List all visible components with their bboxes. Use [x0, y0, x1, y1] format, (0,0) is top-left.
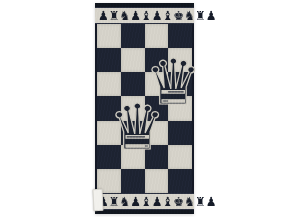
board-square [168, 96, 192, 120]
chess-towel: ♟♜♞♟♝♟♝♚♞♜♟ ♟♜♞♟♝♟♝♚♞♜♟ ♛ ♛ [95, 3, 194, 214]
board-square [145, 48, 169, 72]
border-piece-icon: ♟ [152, 195, 163, 208]
board-square [97, 121, 121, 145]
top-piece-band: ♟♜♞♟♝♟♝♚♞♜♟ [95, 7, 194, 24]
border-piece-icon: ♞ [184, 9, 195, 22]
border-piece-icon: ♟ [206, 195, 217, 208]
board-square [97, 48, 121, 72]
board-square [121, 96, 145, 120]
border-piece-icon: ♝ [141, 195, 152, 208]
board-square [97, 96, 121, 120]
board-square [121, 24, 145, 48]
board-square [121, 48, 145, 72]
border-piece-icon: ♞ [184, 195, 195, 208]
board-square [97, 24, 121, 48]
border-piece-icon: ♟ [130, 9, 141, 22]
border-piece-icon: ♟ [130, 195, 141, 208]
border-piece-icon: ♝ [163, 195, 174, 208]
board-square [168, 72, 192, 96]
border-piece-icon: ♚ [173, 9, 184, 22]
border-piece-icon: ♜ [109, 9, 120, 22]
board-square [145, 169, 169, 193]
border-piece-icon: ♟ [206, 9, 217, 22]
board-square [97, 145, 121, 169]
board-square [145, 24, 169, 48]
border-piece-icon: ♟ [98, 9, 109, 22]
border-piece-icon: ♜ [195, 195, 206, 208]
border-piece-icon: ♞ [120, 9, 131, 22]
board-square [145, 96, 169, 120]
board-square [145, 121, 169, 145]
border-piece-icon: ♝ [141, 9, 152, 22]
border-piece-icon: ♜ [195, 9, 206, 22]
border-piece-icon: ♞ [120, 195, 131, 208]
border-piece-icon: ♚ [173, 195, 184, 208]
board-square [121, 145, 145, 169]
board-square [121, 169, 145, 193]
board-square [121, 121, 145, 145]
board-square [168, 121, 192, 145]
border-piece-icon: ♟ [152, 9, 163, 22]
board-square [145, 145, 169, 169]
chess-board [95, 24, 194, 193]
border-piece-icon: ♜ [109, 195, 120, 208]
board-square [121, 72, 145, 96]
border-piece-icon: ♝ [163, 9, 174, 22]
bottom-hem [95, 210, 194, 214]
photo-background: ♟♜♞♟♝♟♝♚♞♜♟ ♟♜♞♟♝♟♝♚♞♜♟ ♛ ♛ [0, 0, 290, 217]
bottom-piece-band: ♟♜♞♟♝♟♝♚♞♜♟ [95, 193, 194, 210]
care-label-tag [92, 189, 103, 211]
board-square [168, 24, 192, 48]
board-square [168, 169, 192, 193]
board-square [145, 72, 169, 96]
board-square [168, 48, 192, 72]
board-square [168, 145, 192, 169]
board-square [97, 72, 121, 96]
